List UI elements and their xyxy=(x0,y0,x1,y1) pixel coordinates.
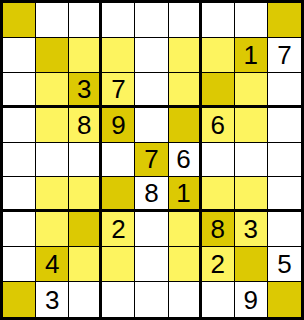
sudoku-cell[interactable]: 2 xyxy=(102,212,135,247)
sudoku-cell[interactable] xyxy=(3,108,36,143)
sudoku-cell[interactable]: 1 xyxy=(169,177,202,212)
sudoku-cell[interactable]: 9 xyxy=(102,108,135,143)
sudoku-cell[interactable] xyxy=(169,212,202,247)
sudoku-cell[interactable] xyxy=(268,143,301,178)
sudoku-cell[interactable] xyxy=(135,3,168,38)
sudoku-cell[interactable] xyxy=(36,73,69,108)
sudoku-cell[interactable] xyxy=(202,282,235,317)
sudoku-cell[interactable] xyxy=(202,38,235,73)
sudoku-cell[interactable] xyxy=(235,177,268,212)
sudoku-cell[interactable]: 7 xyxy=(102,73,135,108)
sudoku-cell[interactable] xyxy=(69,143,102,178)
sudoku-cell[interactable] xyxy=(268,212,301,247)
sudoku-cell[interactable] xyxy=(69,3,102,38)
sudoku-cell[interactable]: 7 xyxy=(268,38,301,73)
sudoku-cell[interactable] xyxy=(3,282,36,317)
sudoku-cell[interactable]: 4 xyxy=(36,247,69,282)
sudoku-cell[interactable] xyxy=(202,73,235,108)
sudoku-cell[interactable] xyxy=(235,108,268,143)
sudoku-cell[interactable]: 6 xyxy=(169,143,202,178)
sudoku-cell[interactable] xyxy=(3,73,36,108)
sudoku-cell[interactable] xyxy=(169,3,202,38)
sudoku-cell[interactable] xyxy=(135,212,168,247)
sudoku-cell[interactable] xyxy=(235,143,268,178)
sudoku-cell[interactable] xyxy=(135,108,168,143)
sudoku-cell[interactable] xyxy=(36,108,69,143)
sudoku-cell[interactable] xyxy=(169,38,202,73)
sudoku-cell[interactable] xyxy=(3,247,36,282)
sudoku-cell[interactable] xyxy=(36,3,69,38)
sudoku-cell[interactable]: 8 xyxy=(135,177,168,212)
sudoku-cell[interactable] xyxy=(102,143,135,178)
sudoku-cell[interactable] xyxy=(102,177,135,212)
sudoku-cell[interactable] xyxy=(3,143,36,178)
sudoku-cell[interactable] xyxy=(202,3,235,38)
sudoku-cell[interactable]: 1 xyxy=(235,38,268,73)
sudoku-cell[interactable]: 3 xyxy=(36,282,69,317)
sudoku-cell[interactable] xyxy=(202,177,235,212)
sudoku-cell[interactable] xyxy=(135,73,168,108)
sudoku-cell[interactable] xyxy=(69,247,102,282)
sudoku-cell[interactable] xyxy=(135,282,168,317)
sudoku-cell[interactable] xyxy=(268,3,301,38)
sudoku-cell[interactable] xyxy=(169,108,202,143)
sudoku-cell[interactable] xyxy=(102,3,135,38)
sudoku-cell[interactable] xyxy=(268,73,301,108)
sudoku-cell[interactable] xyxy=(36,177,69,212)
sudoku-cell[interactable] xyxy=(69,282,102,317)
sudoku-cell[interactable] xyxy=(169,282,202,317)
sudoku-cell[interactable] xyxy=(3,3,36,38)
sudoku-cell[interactable]: 3 xyxy=(69,73,102,108)
sudoku-cell[interactable]: 8 xyxy=(202,212,235,247)
sudoku-cell[interactable] xyxy=(36,38,69,73)
sudoku-cell[interactable]: 9 xyxy=(235,282,268,317)
sudoku-cell[interactable] xyxy=(102,282,135,317)
sudoku-cell[interactable] xyxy=(69,177,102,212)
sudoku-cell[interactable] xyxy=(135,38,168,73)
sudoku-cell[interactable] xyxy=(268,282,301,317)
sudoku-cell[interactable] xyxy=(235,247,268,282)
sudoku-cell[interactable]: 3 xyxy=(235,212,268,247)
sudoku-cell[interactable] xyxy=(135,247,168,282)
sudoku-cell[interactable] xyxy=(3,38,36,73)
sudoku-cell[interactable]: 2 xyxy=(202,247,235,282)
sudoku-cell[interactable]: 6 xyxy=(202,108,235,143)
sudoku-cell[interactable]: 7 xyxy=(135,143,168,178)
sudoku-cell[interactable]: 8 xyxy=(69,108,102,143)
sudoku-cell[interactable] xyxy=(169,73,202,108)
sudoku-cell[interactable] xyxy=(36,212,69,247)
sudoku-cell[interactable] xyxy=(3,212,36,247)
sudoku-board: 1 7 3 7 8 9 6 7 6 8 1 2 8 3 4 2 5 3 xyxy=(0,0,304,320)
sudoku-cell[interactable] xyxy=(102,38,135,73)
sudoku-cell[interactable]: 5 xyxy=(268,247,301,282)
sudoku-cell[interactable] xyxy=(268,108,301,143)
sudoku-cell[interactable] xyxy=(235,73,268,108)
sudoku-cell[interactable] xyxy=(69,212,102,247)
sudoku-cell[interactable] xyxy=(235,3,268,38)
sudoku-cell[interactable] xyxy=(3,177,36,212)
sudoku-cell[interactable] xyxy=(202,143,235,178)
sudoku-cell[interactable] xyxy=(36,143,69,178)
sudoku-cell[interactable] xyxy=(268,177,301,212)
sudoku-cell[interactable] xyxy=(102,247,135,282)
sudoku-cell[interactable] xyxy=(169,247,202,282)
sudoku-cell[interactable] xyxy=(69,38,102,73)
